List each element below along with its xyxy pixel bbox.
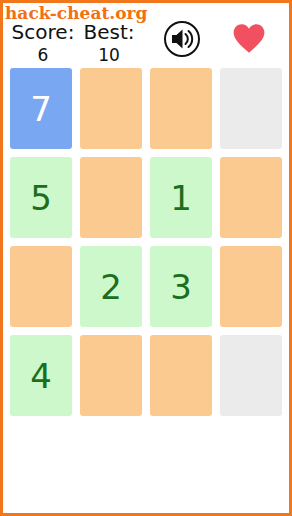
board-cell-r1c0-tile-5[interactable]: 5 bbox=[10, 157, 72, 238]
board-cell-r0c1-orange[interactable] bbox=[80, 68, 142, 149]
watermark-hack-cheat-org: hack-cheat.org bbox=[5, 3, 147, 23]
best-block: Best: 10 bbox=[77, 20, 141, 66]
board-cell-r3c0-tile-4[interactable]: 4 bbox=[10, 335, 72, 416]
board-cell-r1c2-tile-1[interactable]: 1 bbox=[150, 157, 212, 238]
board-cell-r0c2-orange[interactable] bbox=[150, 68, 212, 149]
score-value: 6 bbox=[11, 44, 75, 66]
board-cell-r3c1-orange[interactable] bbox=[80, 335, 142, 416]
board-cell-r3c3-empty bbox=[220, 335, 282, 416]
board-cell-r2c1-tile-2[interactable]: 2 bbox=[80, 246, 142, 327]
best-label: Best: bbox=[77, 20, 141, 44]
board-cell-r1c1-orange[interactable] bbox=[80, 157, 142, 238]
board-cell-r0c0-tile-7[interactable]: 7 bbox=[10, 68, 72, 149]
best-value: 10 bbox=[77, 44, 141, 66]
heart-icon bbox=[231, 40, 267, 59]
board-cell-r0c3-empty bbox=[220, 68, 282, 149]
board: 751234 bbox=[10, 68, 282, 416]
board-cell-r2c2-tile-3[interactable]: 3 bbox=[150, 246, 212, 327]
board-cell-r2c3-orange[interactable] bbox=[220, 246, 282, 327]
score-block: Score: 6 bbox=[11, 20, 75, 66]
game-window: { "game": "number-merge puzzle (2048-sty… bbox=[0, 0, 292, 516]
board-cell-r1c3-orange[interactable] bbox=[220, 157, 282, 238]
score-label: Score: bbox=[11, 20, 75, 44]
board-cell-r2c0-orange[interactable] bbox=[10, 246, 72, 327]
sound-toggle-button[interactable] bbox=[163, 20, 201, 58]
speaker-volume-icon bbox=[163, 46, 201, 61]
board-cell-r3c2-orange[interactable] bbox=[150, 335, 212, 416]
lives-indicator[interactable] bbox=[231, 22, 267, 55]
